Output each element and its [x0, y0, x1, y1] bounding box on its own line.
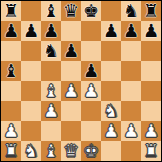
square-g5[interactable]: [121, 61, 141, 81]
square-b7[interactable]: ♟: [21, 21, 41, 41]
piece-black-knight-c6[interactable]: ♞: [43, 41, 59, 61]
piece-white-pawn-d4[interactable]: ♟: [63, 81, 79, 101]
piece-black-knight-g8[interactable]: ♞: [123, 1, 139, 21]
square-a1[interactable]: ♜: [1, 141, 21, 161]
piece-black-pawn-h7[interactable]: ♟: [143, 21, 159, 41]
piece-white-king-e1[interactable]: ♚: [83, 141, 99, 161]
square-b3[interactable]: [21, 101, 41, 121]
piece-white-pawn-h2[interactable]: ♟: [143, 121, 159, 141]
square-b5[interactable]: [21, 61, 41, 81]
square-c7[interactable]: ♟: [41, 21, 61, 41]
piece-black-pawn-g7[interactable]: ♟: [123, 21, 139, 41]
square-e3[interactable]: [81, 101, 101, 121]
piece-white-pawn-c3[interactable]: ♟: [43, 101, 59, 121]
square-d7[interactable]: [61, 21, 81, 41]
piece-white-pawn-e4[interactable]: ♟: [83, 81, 99, 101]
piece-black-queen-d8[interactable]: ♛: [63, 1, 79, 21]
square-b2[interactable]: [21, 121, 41, 141]
square-a4[interactable]: [1, 81, 21, 101]
piece-white-pawn-f2[interactable]: ♟: [103, 121, 119, 141]
square-e1[interactable]: ♚: [81, 141, 101, 161]
square-g4[interactable]: [121, 81, 141, 101]
square-h3[interactable]: [141, 101, 161, 121]
square-e4[interactable]: ♟: [81, 81, 101, 101]
square-a2[interactable]: ♟: [1, 121, 21, 141]
square-c3[interactable]: ♟: [41, 101, 61, 121]
square-g6[interactable]: [121, 41, 141, 61]
square-d6[interactable]: ♟: [61, 41, 81, 61]
square-d8[interactable]: ♛: [61, 1, 81, 21]
square-e2[interactable]: [81, 121, 101, 141]
square-d5[interactable]: [61, 61, 81, 81]
chess-board-frame: ♜♝♛♚♞♜♟♟♟♟♟♟♞♟♝♟♝♟♟♟♞♟♟♟♟♜♞♝♛♚♜: [0, 0, 162, 162]
square-a5[interactable]: ♝: [1, 61, 21, 81]
square-g2[interactable]: ♟: [121, 121, 141, 141]
square-c6[interactable]: ♞: [41, 41, 61, 61]
piece-white-rook-a1[interactable]: ♜: [3, 141, 19, 161]
square-c1[interactable]: ♝: [41, 141, 61, 161]
piece-white-bishop-c4[interactable]: ♝: [43, 81, 59, 101]
square-f5[interactable]: [101, 61, 121, 81]
square-e7[interactable]: [81, 21, 101, 41]
square-g8[interactable]: ♞: [121, 1, 141, 21]
piece-black-bishop-a5[interactable]: ♝: [3, 61, 19, 81]
piece-black-pawn-e5[interactable]: ♟: [83, 61, 99, 81]
piece-white-bishop-c1[interactable]: ♝: [43, 141, 59, 161]
square-h5[interactable]: [141, 61, 161, 81]
square-g3[interactable]: [121, 101, 141, 121]
piece-white-pawn-a2[interactable]: ♟: [3, 121, 19, 141]
square-h1[interactable]: ♜: [141, 141, 161, 161]
square-c8[interactable]: ♝: [41, 1, 61, 21]
square-f7[interactable]: ♟: [101, 21, 121, 41]
square-d1[interactable]: ♛: [61, 141, 81, 161]
piece-white-queen-d1[interactable]: ♛: [63, 141, 79, 161]
square-h4[interactable]: [141, 81, 161, 101]
square-d2[interactable]: [61, 121, 81, 141]
square-c2[interactable]: [41, 121, 61, 141]
square-h6[interactable]: [141, 41, 161, 61]
square-d3[interactable]: [61, 101, 81, 121]
square-g7[interactable]: ♟: [121, 21, 141, 41]
square-f4[interactable]: [101, 81, 121, 101]
piece-white-knight-b1[interactable]: ♞: [23, 141, 39, 161]
square-c5[interactable]: [41, 61, 61, 81]
square-f3[interactable]: ♞: [101, 101, 121, 121]
square-c4[interactable]: ♝: [41, 81, 61, 101]
square-f1[interactable]: [101, 141, 121, 161]
square-a6[interactable]: [1, 41, 21, 61]
piece-white-rook-h1[interactable]: ♜: [143, 141, 159, 161]
square-a3[interactable]: [1, 101, 21, 121]
piece-white-knight-f3[interactable]: ♞: [103, 101, 119, 121]
square-e8[interactable]: ♚: [81, 1, 101, 21]
piece-black-pawn-a7[interactable]: ♟: [3, 21, 19, 41]
square-e6[interactable]: [81, 41, 101, 61]
square-e5[interactable]: ♟: [81, 61, 101, 81]
square-h7[interactable]: ♟: [141, 21, 161, 41]
square-h8[interactable]: ♜: [141, 1, 161, 21]
chess-board: ♜♝♛♚♞♜♟♟♟♟♟♟♞♟♝♟♝♟♟♟♞♟♟♟♟♜♞♝♛♚♜: [1, 1, 161, 161]
square-f2[interactable]: ♟: [101, 121, 121, 141]
square-b4[interactable]: [21, 81, 41, 101]
square-b1[interactable]: ♞: [21, 141, 41, 161]
square-d4[interactable]: ♟: [61, 81, 81, 101]
piece-black-pawn-f7[interactable]: ♟: [103, 21, 119, 41]
piece-black-pawn-b7[interactable]: ♟: [23, 21, 39, 41]
piece-black-rook-h8[interactable]: ♜: [143, 1, 159, 21]
piece-black-bishop-c8[interactable]: ♝: [43, 1, 59, 21]
piece-white-pawn-g2[interactable]: ♟: [123, 121, 139, 141]
piece-black-pawn-c7[interactable]: ♟: [43, 21, 59, 41]
square-b8[interactable]: [21, 1, 41, 21]
square-h2[interactable]: ♟: [141, 121, 161, 141]
square-a7[interactable]: ♟: [1, 21, 21, 41]
square-a8[interactable]: ♜: [1, 1, 21, 21]
square-b6[interactable]: [21, 41, 41, 61]
piece-black-pawn-d6[interactable]: ♟: [63, 41, 79, 61]
square-g1[interactable]: [121, 141, 141, 161]
square-f6[interactable]: [101, 41, 121, 61]
piece-black-rook-a8[interactable]: ♜: [3, 1, 19, 21]
piece-black-king-e8[interactable]: ♚: [83, 1, 99, 21]
square-f8[interactable]: [101, 1, 121, 21]
